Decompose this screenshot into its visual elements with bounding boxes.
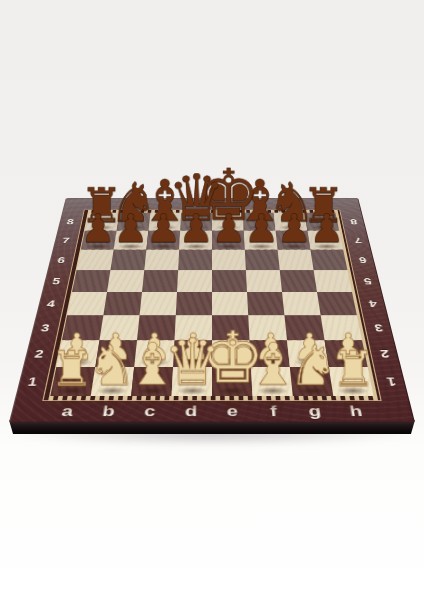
square-g7[interactable]: ♟ bbox=[276, 231, 311, 250]
black-pawn[interactable]: ♟ bbox=[80, 210, 115, 247]
square-h7[interactable]: ♟ bbox=[307, 231, 343, 250]
square-b4[interactable] bbox=[103, 292, 142, 315]
rank-label-4-right: 4 bbox=[367, 298, 378, 309]
square-g6[interactable] bbox=[278, 250, 314, 270]
white-rook[interactable]: ♜ bbox=[50, 347, 93, 393]
square-d5[interactable] bbox=[177, 270, 212, 292]
black-pawn[interactable]: ♟ bbox=[211, 210, 246, 247]
square-e7[interactable]: ♟ bbox=[212, 231, 245, 250]
square-c6[interactable] bbox=[144, 250, 179, 270]
inlay-mosaic-border: ♜♞♝♛♚♝♞♜♟♟♟♟♟♟♟♟♟♟♟♟♟♟♟♟♜♞♝♛♚♝♞♜ bbox=[42, 210, 381, 401]
black-pawn[interactable]: ♟ bbox=[145, 210, 180, 247]
rank-label-7-left: 7 bbox=[61, 236, 71, 245]
rank-label-6-right: 6 bbox=[357, 255, 367, 264]
black-pawn[interactable]: ♟ bbox=[276, 210, 311, 247]
board-field: ♜♞♝♛♚♝♞♜♟♟♟♟♟♟♟♟♟♟♟♟♟♟♟♟♜♞♝♛♚♝♞♜ bbox=[50, 213, 373, 396]
black-pawn[interactable]: ♟ bbox=[178, 210, 213, 247]
square-f4[interactable] bbox=[247, 292, 284, 315]
piece-reflection bbox=[137, 399, 164, 411]
square-h5[interactable] bbox=[314, 270, 352, 292]
scene: ♜♞♝♛♚♝♞♜♟♟♟♟♟♟♟♟♟♟♟♟♟♟♟♟♜♞♝♛♚♝♞♜ aabbccd… bbox=[0, 0, 424, 600]
chess-board: ♜♞♝♛♚♝♞♜♟♟♟♟♟♟♟♟♟♟♟♟♟♟♟♟♜♞♝♛♚♝♞♜ aabbccd… bbox=[9, 198, 415, 422]
rank-label-5-right: 5 bbox=[362, 276, 373, 286]
square-d4[interactable] bbox=[176, 292, 212, 315]
square-b7[interactable]: ♟ bbox=[114, 231, 149, 250]
rank-label-4-left: 4 bbox=[46, 298, 57, 309]
square-h6[interactable] bbox=[310, 250, 347, 270]
piece-reflection bbox=[178, 399, 204, 411]
rank-label-5-left: 5 bbox=[51, 276, 62, 286]
square-g4[interactable] bbox=[282, 292, 321, 315]
rank-label-8-right: 8 bbox=[349, 217, 358, 225]
rank-label-3-right: 3 bbox=[373, 322, 384, 333]
square-a6[interactable] bbox=[77, 250, 114, 270]
white-bishop[interactable]: ♝ bbox=[126, 338, 178, 393]
rank-label-1-left: 1 bbox=[27, 375, 40, 388]
rank-label-6-left: 6 bbox=[56, 255, 66, 264]
square-a5[interactable] bbox=[72, 270, 110, 292]
square-f7[interactable]: ♟ bbox=[244, 231, 278, 250]
white-bishop[interactable]: ♝ bbox=[247, 338, 299, 393]
black-pawn[interactable]: ♟ bbox=[113, 210, 148, 247]
black-pawn[interactable]: ♟ bbox=[309, 210, 344, 247]
photo-background: ♜♞♝♛♚♝♞♜♟♟♟♟♟♟♟♟♟♟♟♟♟♟♟♟♜♞♝♛♚♝♞♜ aabbccd… bbox=[0, 0, 424, 600]
square-a7[interactable]: ♟ bbox=[81, 231, 117, 250]
piece-reflection bbox=[341, 399, 369, 411]
square-a1[interactable]: ♜ bbox=[50, 367, 95, 396]
black-pawn[interactable]: ♟ bbox=[243, 210, 278, 247]
square-a4[interactable] bbox=[67, 292, 107, 315]
square-h4[interactable] bbox=[317, 292, 357, 315]
rank-label-3-left: 3 bbox=[40, 322, 51, 333]
rank-label-2-right: 2 bbox=[379, 347, 391, 359]
square-c7[interactable]: ♟ bbox=[146, 231, 180, 250]
square-f5[interactable] bbox=[246, 270, 282, 292]
square-e6[interactable] bbox=[212, 250, 246, 270]
square-e5[interactable] bbox=[212, 270, 247, 292]
square-c5[interactable] bbox=[142, 270, 178, 292]
piece-reflection bbox=[96, 399, 123, 411]
square-e4[interactable] bbox=[212, 292, 248, 315]
square-g5[interactable] bbox=[280, 270, 317, 292]
square-d6[interactable] bbox=[178, 250, 212, 270]
piece-reflection bbox=[220, 399, 246, 411]
rank-label-8-left: 8 bbox=[66, 217, 75, 225]
square-b5[interactable] bbox=[107, 270, 144, 292]
square-b6[interactable] bbox=[110, 250, 146, 270]
square-f6[interactable] bbox=[245, 250, 280, 270]
rank-label-1-right: 1 bbox=[385, 375, 398, 388]
square-h1[interactable]: ♜ bbox=[329, 367, 374, 396]
rank-label-7-right: 7 bbox=[353, 236, 363, 245]
white-rook[interactable]: ♜ bbox=[331, 347, 374, 393]
square-c1[interactable]: ♝ bbox=[131, 367, 173, 396]
piece-reflection bbox=[55, 399, 83, 411]
square-d7[interactable]: ♟ bbox=[179, 231, 212, 250]
piece-reflection bbox=[301, 399, 328, 411]
piece-reflection bbox=[260, 399, 287, 411]
square-c4[interactable] bbox=[140, 292, 177, 315]
rank-label-2-left: 2 bbox=[34, 347, 46, 359]
square-f1[interactable]: ♝ bbox=[251, 367, 293, 396]
